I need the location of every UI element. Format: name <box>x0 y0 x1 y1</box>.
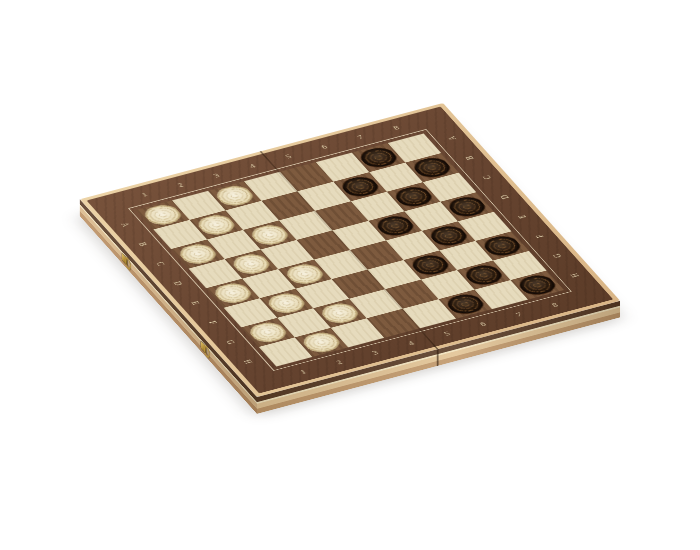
board-top-face: 1122334455667788AABBCCDDEEFFGGHH <box>80 103 620 397</box>
fold-seam-edge <box>437 349 439 366</box>
checkers-board: 1122334455667788AABBCCDDEEFFGGHH <box>80 103 620 397</box>
board-scene: 1122334455667788AABBCCDDEEFFGGHH <box>148 48 552 452</box>
square-G3[interactable] <box>313 299 366 328</box>
product-photo: 1122334455667788AABBCCDDEEFFGGHH <box>0 0 700 550</box>
square-F5[interactable] <box>368 260 421 289</box>
clasp-hook-icon <box>204 343 210 360</box>
